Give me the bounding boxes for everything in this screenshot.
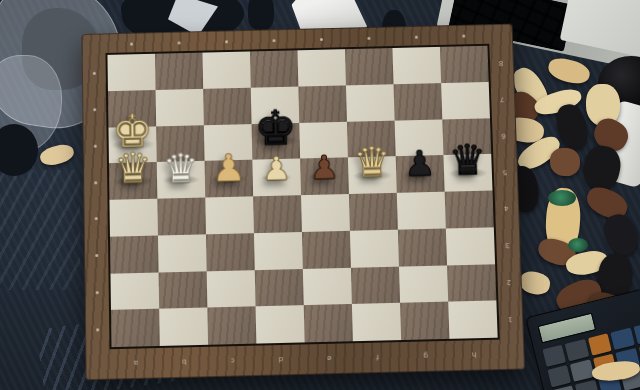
- square-c3: [206, 233, 255, 271]
- felt-base: [548, 190, 576, 206]
- square-c2: [207, 270, 256, 308]
- square-a3: [110, 235, 159, 273]
- square-d7: [251, 86, 299, 123]
- carpet-streak: [0, 170, 80, 290]
- square-g2: [399, 265, 448, 303]
- square-b5: [157, 161, 205, 199]
- square-e3: [302, 231, 351, 269]
- border-dot: [93, 108, 96, 111]
- file-label: h: [472, 350, 477, 358]
- square-e7: [298, 85, 347, 122]
- border-dot: [130, 43, 133, 46]
- square-c6: [204, 124, 252, 161]
- square-h5: [443, 154, 492, 192]
- square-h7: [441, 82, 490, 119]
- fallen-black-piece: [248, 0, 274, 30]
- square-g7: [394, 83, 443, 120]
- square-c8: [202, 51, 250, 88]
- square-a7: [108, 90, 156, 127]
- square-b6: [156, 125, 204, 162]
- square-b3: [158, 234, 207, 272]
- file-label: f: [376, 353, 379, 361]
- rank-label: 4: [504, 204, 509, 212]
- square-f7: [346, 84, 395, 121]
- square-a5: [109, 162, 157, 200]
- square-h8: [440, 46, 489, 83]
- square-e4: [301, 194, 350, 232]
- square-f2: [351, 266, 400, 304]
- square-f3: [350, 229, 399, 267]
- square-e1: [304, 304, 353, 342]
- border-dot: [93, 72, 96, 75]
- calculator-key: [547, 365, 571, 387]
- border-dot: [95, 217, 98, 220]
- square-h4: [445, 191, 494, 229]
- rank-label: 1: [508, 315, 513, 323]
- square-g4: [397, 192, 446, 230]
- square-d6: [252, 122, 301, 159]
- file-label: c: [231, 356, 235, 364]
- rank-label: 7: [500, 95, 505, 103]
- calculator-key: [588, 333, 612, 355]
- square-e2: [303, 267, 352, 305]
- square-d4: [253, 195, 302, 233]
- square-a8: [107, 54, 155, 91]
- file-label: d: [279, 355, 284, 363]
- loose-piece: [546, 55, 592, 87]
- border-dot: [178, 41, 181, 44]
- square-b4: [157, 198, 206, 236]
- calculator-key: [575, 380, 599, 390]
- square-a6: [108, 126, 156, 163]
- square-g6: [395, 119, 444, 156]
- felt-base: [568, 238, 588, 252]
- border-dot: [462, 35, 465, 38]
- square-a4: [109, 199, 158, 237]
- square-e6: [299, 121, 348, 158]
- border-dot: [367, 37, 370, 40]
- square-b7: [156, 89, 204, 126]
- square-c5: [205, 160, 254, 198]
- square-d3: [254, 232, 303, 270]
- square-b8: [155, 53, 203, 90]
- square-c4: [205, 196, 254, 234]
- square-f1: [352, 303, 401, 341]
- file-label: b: [182, 357, 187, 365]
- chess-board: ♚♚♛♛♟♟♟♛♟♛ a1b2c3d4e5f6g7h8: [81, 24, 525, 381]
- square-a1: [111, 309, 160, 347]
- square-e5: [300, 158, 349, 196]
- square-g1: [400, 302, 449, 340]
- square-d1: [256, 305, 305, 343]
- loose-piece: [550, 148, 580, 176]
- loose-piece: [518, 270, 551, 297]
- small-cream-piece: [38, 142, 76, 169]
- loose-piece: [600, 210, 640, 259]
- rank-label: 2: [506, 278, 511, 286]
- rank-label: 6: [501, 132, 506, 140]
- square-g5: [396, 155, 445, 193]
- rank-label: 5: [502, 168, 507, 176]
- border-dot: [320, 38, 323, 41]
- calculator-key: [565, 339, 589, 361]
- square-f6: [347, 120, 396, 157]
- square-c1: [207, 307, 256, 345]
- square-f8: [345, 48, 394, 85]
- square-g3: [398, 228, 447, 266]
- square-h3: [446, 227, 495, 265]
- square-f4: [349, 193, 398, 231]
- square-h2: [447, 264, 496, 302]
- border-dot: [95, 254, 98, 257]
- square-c7: [203, 87, 251, 124]
- square-b2: [159, 271, 208, 309]
- square-h6: [442, 118, 491, 155]
- square-a2: [110, 272, 159, 310]
- square-e8: [297, 49, 345, 86]
- border-dot: [272, 39, 275, 42]
- rank-label: 3: [505, 241, 510, 249]
- square-d5: [252, 159, 301, 197]
- border-dot: [94, 181, 97, 184]
- square-d2: [255, 268, 304, 306]
- border-dot: [415, 36, 418, 39]
- border-dot: [96, 328, 99, 331]
- file-label: e: [327, 354, 332, 362]
- square-g8: [392, 47, 441, 84]
- file-label: a: [134, 359, 138, 367]
- board-squares: [107, 46, 497, 347]
- scene: ♚♚♛♛♟♟♟♛♟♛ a1b2c3d4e5f6g7h8: [0, 0, 640, 390]
- board-play-area: ♚♚♛♛♟♟♟♛♟♛: [107, 46, 497, 347]
- file-label: g: [423, 352, 428, 360]
- border-dot: [225, 40, 228, 43]
- square-h1: [448, 301, 497, 339]
- calculator-key: [542, 345, 566, 367]
- calculator-key: [633, 322, 640, 344]
- calculator-key: [570, 359, 594, 381]
- square-b1: [159, 308, 208, 346]
- square-f5: [348, 156, 397, 194]
- square-d8: [250, 50, 298, 87]
- calculator-key: [610, 328, 634, 350]
- border-dot: [96, 291, 99, 294]
- border-dot: [94, 145, 97, 148]
- rank-label: 8: [499, 59, 504, 67]
